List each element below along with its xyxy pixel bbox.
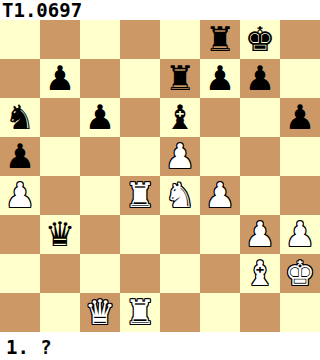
square-g5[interactable] (240, 137, 280, 176)
piece-white-bishop: ♝ (245, 254, 275, 293)
square-d6[interactable] (120, 98, 160, 137)
piece-white-knight: ♞ (165, 176, 195, 215)
piece-black-pawn: ♟ (205, 59, 235, 98)
square-g7[interactable]: ♟ (240, 59, 280, 98)
square-g1[interactable] (240, 293, 280, 332)
square-b3[interactable]: ♛ (40, 215, 80, 254)
square-d7[interactable] (120, 59, 160, 98)
square-a3[interactable] (0, 215, 40, 254)
square-c8[interactable] (80, 20, 120, 59)
square-g8[interactable]: ♚ (240, 20, 280, 59)
chess-board: ♜♚♟♜♟♟♞♟♝♟♟♟♟♜♞♟♛♟♟♝♚♛♜ (0, 20, 320, 332)
square-d8[interactable] (120, 20, 160, 59)
square-a1[interactable] (0, 293, 40, 332)
piece-black-king: ♚ (245, 20, 275, 59)
square-g4[interactable] (240, 176, 280, 215)
square-a2[interactable] (0, 254, 40, 293)
piece-black-pawn: ♟ (45, 59, 75, 98)
square-c3[interactable] (80, 215, 120, 254)
square-b2[interactable] (40, 254, 80, 293)
square-a6[interactable]: ♞ (0, 98, 40, 137)
square-h3[interactable]: ♟ (280, 215, 320, 254)
square-h8[interactable] (280, 20, 320, 59)
piece-black-pawn: ♟ (285, 98, 315, 137)
square-c4[interactable] (80, 176, 120, 215)
square-a4[interactable]: ♟ (0, 176, 40, 215)
square-b1[interactable] (40, 293, 80, 332)
piece-white-queen: ♛ (85, 293, 115, 332)
square-b7[interactable]: ♟ (40, 59, 80, 98)
piece-white-pawn: ♟ (245, 215, 275, 254)
square-e4[interactable]: ♞ (160, 176, 200, 215)
square-d1[interactable]: ♜ (120, 293, 160, 332)
square-c6[interactable]: ♟ (80, 98, 120, 137)
square-h4[interactable] (280, 176, 320, 215)
puzzle-title: T1.0697 (0, 0, 320, 20)
square-c1[interactable]: ♛ (80, 293, 120, 332)
piece-black-knight: ♞ (5, 98, 35, 137)
square-f8[interactable]: ♜ (200, 20, 240, 59)
move-prompt: 1. ? (0, 332, 320, 360)
square-e3[interactable] (160, 215, 200, 254)
square-f2[interactable] (200, 254, 240, 293)
square-f3[interactable] (200, 215, 240, 254)
square-c7[interactable] (80, 59, 120, 98)
piece-white-pawn: ♟ (5, 176, 35, 215)
square-a5[interactable]: ♟ (0, 137, 40, 176)
square-f5[interactable] (200, 137, 240, 176)
square-e1[interactable] (160, 293, 200, 332)
piece-white-pawn: ♟ (285, 215, 315, 254)
piece-white-rook: ♜ (125, 293, 155, 332)
square-e8[interactable] (160, 20, 200, 59)
piece-black-pawn: ♟ (245, 59, 275, 98)
square-d5[interactable] (120, 137, 160, 176)
piece-black-pawn: ♟ (5, 137, 35, 176)
square-b5[interactable] (40, 137, 80, 176)
square-h1[interactable] (280, 293, 320, 332)
square-d2[interactable] (120, 254, 160, 293)
square-f6[interactable] (200, 98, 240, 137)
square-b4[interactable] (40, 176, 80, 215)
square-c5[interactable] (80, 137, 120, 176)
piece-white-rook: ♜ (125, 176, 155, 215)
square-e6[interactable]: ♝ (160, 98, 200, 137)
square-a7[interactable] (0, 59, 40, 98)
square-d4[interactable]: ♜ (120, 176, 160, 215)
square-b6[interactable] (40, 98, 80, 137)
square-g2[interactable]: ♝ (240, 254, 280, 293)
square-f7[interactable]: ♟ (200, 59, 240, 98)
square-e2[interactable] (160, 254, 200, 293)
piece-black-queen: ♛ (45, 215, 75, 254)
piece-white-pawn: ♟ (165, 137, 195, 176)
square-h2[interactable]: ♚ (280, 254, 320, 293)
piece-white-king: ♚ (285, 254, 315, 293)
piece-black-pawn: ♟ (85, 98, 115, 137)
square-g6[interactable] (240, 98, 280, 137)
piece-black-rook: ♜ (205, 20, 235, 59)
square-a8[interactable] (0, 20, 40, 59)
square-c2[interactable] (80, 254, 120, 293)
piece-black-bishop: ♝ (165, 98, 195, 137)
square-e7[interactable]: ♜ (160, 59, 200, 98)
piece-black-rook: ♜ (165, 59, 195, 98)
square-g3[interactable]: ♟ (240, 215, 280, 254)
square-f1[interactable] (200, 293, 240, 332)
square-f4[interactable]: ♟ (200, 176, 240, 215)
square-h6[interactable]: ♟ (280, 98, 320, 137)
square-h7[interactable] (280, 59, 320, 98)
square-h5[interactable] (280, 137, 320, 176)
piece-white-pawn: ♟ (205, 176, 235, 215)
square-d3[interactable] (120, 215, 160, 254)
square-e5[interactable]: ♟ (160, 137, 200, 176)
square-b8[interactable] (40, 20, 80, 59)
